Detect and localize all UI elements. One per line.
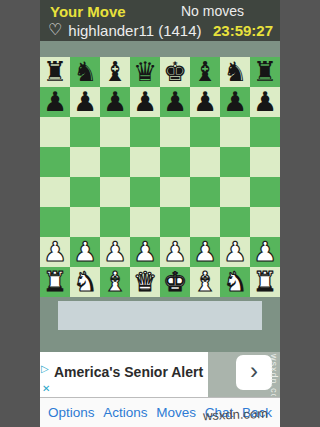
square-h5[interactable] <box>250 147 280 177</box>
square-f2[interactable]: ♟ <box>190 237 220 267</box>
square-c4[interactable] <box>100 177 130 207</box>
square-b6[interactable] <box>70 117 100 147</box>
square-a3[interactable] <box>40 207 70 237</box>
piece-white-knight: ♞ <box>223 267 247 297</box>
piece-white-knight: ♞ <box>73 267 97 297</box>
square-g5[interactable] <box>220 147 250 177</box>
piece-white-pawn: ♟ <box>163 237 187 267</box>
piece-black-rook: ♜ <box>43 57 67 87</box>
square-e3[interactable] <box>160 207 190 237</box>
piece-black-knight: ♞ <box>73 57 97 87</box>
square-h8[interactable]: ♜ <box>250 57 280 87</box>
piece-white-pawn: ♟ <box>43 237 67 267</box>
square-g6[interactable] <box>220 117 250 147</box>
player-name: highlander11 (1414) <box>68 22 201 39</box>
piece-white-pawn: ♟ <box>193 237 217 267</box>
square-c2[interactable]: ♟ <box>100 237 130 267</box>
square-c7[interactable]: ♟ <box>100 87 130 117</box>
square-h6[interactable] <box>250 117 280 147</box>
piece-black-pawn: ♟ <box>193 87 217 117</box>
piece-black-king: ♚ <box>163 57 187 87</box>
turn-status: Your Move <box>50 3 126 20</box>
square-b3[interactable] <box>70 207 100 237</box>
square-h3[interactable] <box>250 207 280 237</box>
piece-black-pawn: ♟ <box>73 87 97 117</box>
square-g4[interactable] <box>220 177 250 207</box>
chevron-right-icon: › <box>250 359 258 383</box>
piece-white-king: ♚ <box>163 267 187 297</box>
square-b4[interactable] <box>70 177 100 207</box>
message-box[interactable] <box>58 301 262 330</box>
piece-white-pawn: ♟ <box>223 237 247 267</box>
square-e1[interactable]: ♚ <box>160 267 190 297</box>
square-e5[interactable] <box>160 147 190 177</box>
piece-white-bishop: ♝ <box>103 267 127 297</box>
square-b8[interactable]: ♞ <box>70 57 100 87</box>
piece-white-bishop: ♝ <box>193 267 217 297</box>
piece-white-queen: ♛ <box>133 267 157 297</box>
ad-content-area[interactable]: ▷ ✕ America's Senior Alert <box>40 352 208 397</box>
square-c1[interactable]: ♝ <box>100 267 130 297</box>
square-d5[interactable] <box>130 147 160 177</box>
piece-black-pawn: ♟ <box>133 87 157 117</box>
square-b1[interactable]: ♞ <box>70 267 100 297</box>
piece-black-rook: ♜ <box>253 57 277 87</box>
vertical-watermark: wsxdn.com <box>269 354 279 396</box>
ad-close-icon[interactable]: ✕ <box>42 383 50 394</box>
square-h4[interactable] <box>250 177 280 207</box>
ad-banner: ▷ ✕ America's Senior Alert › wsxdn.com <box>40 352 280 397</box>
square-f4[interactable] <box>190 177 220 207</box>
piece-black-pawn: ♟ <box>253 87 277 117</box>
square-f7[interactable]: ♟ <box>190 87 220 117</box>
piece-black-queen: ♛ <box>133 57 157 87</box>
piece-black-pawn: ♟ <box>163 87 187 117</box>
actions-button[interactable]: Actions <box>103 405 147 420</box>
square-f8[interactable]: ♝ <box>190 57 220 87</box>
player-row: ♡ highlander11 (1414) <box>48 21 202 39</box>
app-screen: Your Move No moves ♡ highlander11 (1414)… <box>40 0 280 427</box>
square-f5[interactable] <box>190 147 220 177</box>
piece-black-pawn: ♟ <box>223 87 247 117</box>
piece-white-pawn: ♟ <box>103 237 127 267</box>
square-a6[interactable] <box>40 117 70 147</box>
square-f1[interactable]: ♝ <box>190 267 220 297</box>
square-c8[interactable]: ♝ <box>100 57 130 87</box>
watermark-text: wsxdn.com <box>203 406 269 423</box>
piece-white-pawn: ♟ <box>133 237 157 267</box>
game-clock: 23:59:27 <box>213 22 273 39</box>
moves-button[interactable]: Moves <box>156 405 196 420</box>
square-d7[interactable]: ♟ <box>130 87 160 117</box>
square-f6[interactable] <box>190 117 220 147</box>
square-d8[interactable]: ♛ <box>130 57 160 87</box>
piece-black-bishop: ♝ <box>193 57 217 87</box>
square-c3[interactable] <box>100 207 130 237</box>
square-b2[interactable]: ♟ <box>70 237 100 267</box>
piece-white-rook: ♜ <box>253 267 277 297</box>
square-g2[interactable]: ♟ <box>220 237 250 267</box>
square-d2[interactable]: ♟ <box>130 237 160 267</box>
piece-black-pawn: ♟ <box>103 87 127 117</box>
piece-white-pawn: ♟ <box>73 237 97 267</box>
square-b7[interactable]: ♟ <box>70 87 100 117</box>
square-e2[interactable]: ♟ <box>160 237 190 267</box>
square-a4[interactable] <box>40 177 70 207</box>
piece-black-pawn: ♟ <box>43 87 67 117</box>
piece-black-bishop: ♝ <box>103 57 127 87</box>
square-a7[interactable]: ♟ <box>40 87 70 117</box>
square-a8[interactable]: ♜ <box>40 57 70 87</box>
square-d4[interactable] <box>130 177 160 207</box>
square-e4[interactable] <box>160 177 190 207</box>
square-f3[interactable] <box>190 207 220 237</box>
square-a1[interactable]: ♜ <box>40 267 70 297</box>
square-d6[interactable] <box>130 117 160 147</box>
square-h2[interactable]: ♟ <box>250 237 280 267</box>
square-g1[interactable]: ♞ <box>220 267 250 297</box>
square-g7[interactable]: ♟ <box>220 87 250 117</box>
square-h7[interactable]: ♟ <box>250 87 280 117</box>
square-e8[interactable]: ♚ <box>160 57 190 87</box>
ad-cta-area: › wsxdn.com <box>208 352 280 397</box>
piece-black-knight: ♞ <box>223 57 247 87</box>
square-c5[interactable] <box>100 147 130 177</box>
square-d3[interactable] <box>130 207 160 237</box>
adchoices-icon[interactable]: ▷ <box>41 363 49 374</box>
options-button[interactable]: Options <box>48 405 95 420</box>
piece-white-pawn: ♟ <box>253 237 277 267</box>
square-a5[interactable] <box>40 147 70 177</box>
square-e6[interactable] <box>160 117 190 147</box>
square-h1[interactable]: ♜ <box>250 267 280 297</box>
piece-white-rook: ♜ <box>43 267 67 297</box>
square-e7[interactable]: ♟ <box>160 87 190 117</box>
chess-board[interactable]: ♜♞♝♛♚♝♞♜♟♟♟♟♟♟♟♟♟♟♟♟♟♟♟♟♜♞♝♛♚♝♞♜ <box>40 57 280 297</box>
square-g8[interactable]: ♞ <box>220 57 250 87</box>
square-a2[interactable]: ♟ <box>40 237 70 267</box>
game-header: Your Move No moves ♡ highlander11 (1414)… <box>40 0 280 41</box>
ad-text[interactable]: America's Senior Alert <box>54 364 203 380</box>
square-b5[interactable] <box>70 147 100 177</box>
square-c6[interactable] <box>100 117 130 147</box>
square-d1[interactable]: ♛ <box>130 267 160 297</box>
square-g3[interactable] <box>220 207 250 237</box>
moves-info: No moves <box>181 3 244 19</box>
ad-cta-button[interactable]: › <box>236 355 272 390</box>
heart-icon[interactable]: ♡ <box>48 21 62 39</box>
